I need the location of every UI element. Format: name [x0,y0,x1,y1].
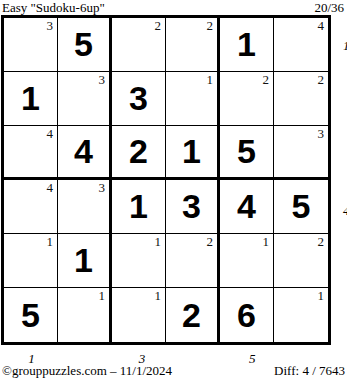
cell-r5c1[interactable]: 1 [4,234,58,288]
cell-r6c2[interactable]: 1 [58,288,112,342]
cell-r2c2[interactable]: 3 [58,72,112,126]
progress-counter: 20/36 [314,0,344,15]
given-digit: 5 [58,18,109,71]
footer: ©grouppuzzles.com – 11/1/2024 Diff: 4 / … [2,363,345,378]
cell-r4c5[interactable]: 4 [220,180,274,234]
given-digit: 1 [220,18,273,71]
pencil-mark: 3 [318,126,325,141]
cell-r6c4[interactable]: 2 [166,288,220,342]
pencil-mark: 2 [155,18,162,33]
pencil-mark: 3 [99,72,106,87]
pencil-mark: 1 [263,234,270,249]
row-label-empty [343,294,347,349]
header: Easy "Sudoku-6up" 20/36 [2,0,344,15]
pencil-mark: 3 [99,180,106,195]
row-label-4: 4 [343,184,347,239]
cell-r1c6[interactable]: 4 [274,18,328,72]
footer-copyright: ©grouppuzzles.com – 11/1/2024 [2,363,172,378]
given-digit: 5 [220,126,273,177]
cell-r2c4[interactable]: 1 [166,72,220,126]
cell-r2c3[interactable]: 3 [112,72,166,126]
cell-r6c5[interactable]: 6 [220,288,274,342]
cell-r1c2[interactable]: 5 [58,18,112,72]
footer-diff: Diff: 4 / 7643 [274,363,345,378]
pencil-mark: 2 [207,234,214,249]
cell-r2c6[interactable]: 2 [274,72,328,126]
cell-r4c4[interactable]: 3 [166,180,220,234]
cell-r6c3[interactable]: 1 [112,288,166,342]
pencil-mark: 4 [47,180,54,195]
pencil-mark: 1 [207,72,214,87]
pencil-mark: 1 [47,234,54,249]
given-digit: 1 [4,72,57,125]
pencil-mark: 4 [318,18,325,33]
cell-r4c6[interactable]: 5 [274,180,328,234]
given-digit: 5 [4,288,57,342]
given-digit: 6 [220,288,273,342]
cell-r2c5[interactable]: 2 [220,72,274,126]
pencil-mark: 4 [47,126,54,141]
given-digit: 5 [274,180,328,233]
cell-r5c3[interactable]: 1 [112,234,166,288]
cell-r1c4[interactable]: 2 [166,18,220,72]
pencil-mark: 2 [263,72,270,87]
board: 352214133122442153431345111212511261 [1,15,331,345]
given-digit: 1 [58,234,109,287]
given-digit: 4 [220,180,273,233]
given-digit: 2 [166,288,217,342]
given-digit: 3 [166,180,217,233]
given-digit: 1 [112,180,165,233]
pencil-mark: 2 [318,72,325,87]
cell-r6c6[interactable]: 1 [274,288,328,342]
cell-r4c2[interactable]: 3 [58,180,112,234]
puzzle-area: 352214133122442153431345111212511261 [1,15,331,345]
cell-r5c5[interactable]: 1 [220,234,274,288]
cell-r4c3[interactable]: 1 [112,180,166,234]
row-label-empty [343,73,347,128]
cell-r3c6[interactable]: 3 [274,126,328,180]
given-digit: 4 [58,126,109,177]
page-title: Easy "Sudoku-6up" [2,0,105,15]
cell-r2c1[interactable]: 1 [4,72,58,126]
pencil-mark: 1 [99,288,106,303]
cell-r4c1[interactable]: 4 [4,180,58,234]
row-label-empty [343,239,347,294]
cell-r3c4[interactable]: 1 [166,126,220,180]
cell-r5c4[interactable]: 2 [166,234,220,288]
given-digit: 3 [112,72,165,125]
pencil-mark: 2 [318,234,325,249]
row-label-empty [343,128,347,183]
cell-r3c2[interactable]: 4 [58,126,112,180]
cell-r3c3[interactable]: 2 [112,126,166,180]
pencil-mark: 2 [207,18,214,33]
pencil-mark: 1 [155,234,162,249]
cell-r5c2[interactable]: 1 [58,234,112,288]
cell-r1c5[interactable]: 1 [220,18,274,72]
cell-r1c1[interactable]: 3 [4,18,58,72]
pencil-mark: 3 [47,18,54,33]
given-digit: 1 [166,126,217,177]
cell-r5c6[interactable]: 2 [274,234,328,288]
row-label-1: 1 [343,18,347,73]
row-labels: 14 [343,15,347,349]
cell-r1c3[interactable]: 2 [112,18,166,72]
cell-r6c1[interactable]: 5 [4,288,58,342]
cell-r3c5[interactable]: 5 [220,126,274,180]
pencil-mark: 1 [318,288,325,303]
cell-r3c1[interactable]: 4 [4,126,58,180]
given-digit: 2 [112,126,165,177]
pencil-mark: 1 [155,288,162,303]
